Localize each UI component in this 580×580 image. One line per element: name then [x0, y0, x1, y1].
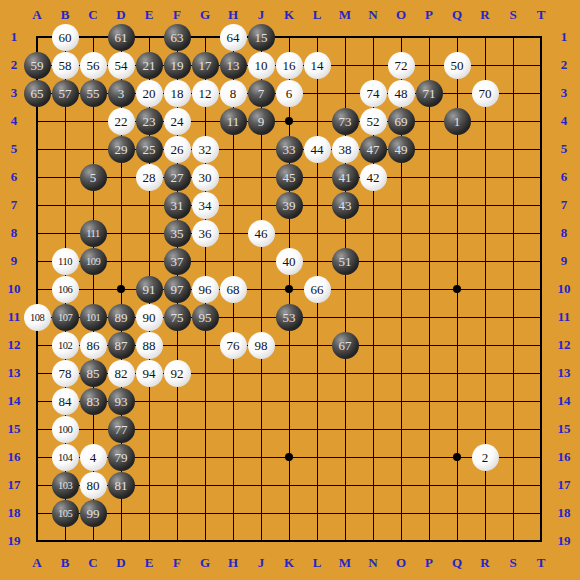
row-label-left-5: 5	[1, 138, 27, 160]
row-label-right-3: 3	[551, 82, 577, 104]
row-label-left-18: 18	[1, 502, 27, 524]
col-label-top-t: T	[527, 3, 555, 27]
stone-white-6: 6	[276, 80, 303, 107]
stone-black-75: 75	[164, 304, 191, 331]
col-label-top-s: S	[499, 3, 527, 27]
col-label-bottom-e: E	[135, 551, 163, 575]
stone-white-58: 58	[52, 52, 79, 79]
stone-black-79: 79	[108, 444, 135, 471]
stone-white-94: 94	[136, 360, 163, 387]
col-label-bottom-f: F	[163, 551, 191, 575]
stone-black-83: 83	[80, 388, 107, 415]
stone-white-78: 78	[52, 360, 79, 387]
row-label-right-19: 19	[551, 530, 577, 552]
stone-white-46: 46	[248, 220, 275, 247]
stone-white-74: 74	[360, 80, 387, 107]
row-label-right-4: 4	[551, 110, 577, 132]
col-label-bottom-r: R	[471, 551, 499, 575]
col-label-top-k: K	[275, 3, 303, 27]
col-label-bottom-t: T	[527, 551, 555, 575]
stone-white-82: 82	[108, 360, 135, 387]
col-label-bottom-c: C	[79, 551, 107, 575]
stone-white-60: 60	[52, 24, 79, 51]
stone-white-40: 40	[276, 248, 303, 275]
stone-black-3: 3	[108, 80, 135, 107]
stone-white-98: 98	[248, 332, 275, 359]
stone-white-36: 36	[192, 220, 219, 247]
row-label-right-9: 9	[551, 250, 577, 272]
col-label-top-p: P	[415, 3, 443, 27]
stone-black-11: 11	[220, 108, 247, 135]
row-label-right-14: 14	[551, 390, 577, 412]
stone-white-86: 86	[80, 332, 107, 359]
grid-line-vertical	[429, 37, 430, 541]
stone-white-48: 48	[388, 80, 415, 107]
stone-black-57: 57	[52, 80, 79, 107]
stone-white-106: 106	[52, 276, 79, 303]
row-label-left-19: 19	[1, 530, 27, 552]
stone-white-80: 80	[80, 472, 107, 499]
stone-black-69: 69	[388, 108, 415, 135]
stone-white-42: 42	[360, 164, 387, 191]
stone-black-1: 1	[444, 108, 471, 135]
col-label-bottom-q: Q	[443, 551, 471, 575]
row-label-right-11: 11	[551, 306, 577, 328]
stone-black-13: 13	[220, 52, 247, 79]
stone-black-41: 41	[332, 164, 359, 191]
stone-black-101: 101	[80, 304, 107, 331]
stone-white-110: 110	[52, 248, 79, 275]
star-point-k16	[285, 453, 293, 461]
stone-white-38: 38	[332, 136, 359, 163]
col-label-bottom-p: P	[415, 551, 443, 575]
row-label-right-1: 1	[551, 26, 577, 48]
stone-black-53: 53	[276, 304, 303, 331]
stone-white-104: 104	[52, 444, 79, 471]
stone-black-67: 67	[332, 332, 359, 359]
stone-black-5: 5	[80, 164, 107, 191]
row-label-left-6: 6	[1, 166, 27, 188]
stone-white-28: 28	[136, 164, 163, 191]
stone-white-32: 32	[192, 136, 219, 163]
row-label-left-10: 10	[1, 278, 27, 300]
stone-white-34: 34	[192, 192, 219, 219]
stone-black-85: 85	[80, 360, 107, 387]
row-label-left-4: 4	[1, 110, 27, 132]
row-label-right-7: 7	[551, 194, 577, 216]
stone-white-56: 56	[80, 52, 107, 79]
go-kifu-diagram: AABBCCDDEEFFGGHHJJKKLLMMNNOOPPQQRRSSTT11…	[0, 0, 580, 580]
row-label-left-12: 12	[1, 334, 27, 356]
col-label-top-m: M	[331, 3, 359, 27]
stone-black-111: 111	[80, 220, 107, 247]
stone-white-30: 30	[192, 164, 219, 191]
row-label-left-8: 8	[1, 222, 27, 244]
stone-black-31: 31	[164, 192, 191, 219]
col-label-bottom-a: A	[23, 551, 51, 575]
row-label-right-2: 2	[551, 54, 577, 76]
stone-black-35: 35	[164, 220, 191, 247]
stone-black-47: 47	[360, 136, 387, 163]
star-point-q16	[453, 453, 461, 461]
row-label-right-10: 10	[551, 278, 577, 300]
col-label-top-o: O	[387, 3, 415, 27]
stone-white-68: 68	[220, 276, 247, 303]
stone-black-95: 95	[192, 304, 219, 331]
stone-black-105: 105	[52, 500, 79, 527]
stone-black-109: 109	[80, 248, 107, 275]
stone-black-73: 73	[332, 108, 359, 135]
stone-white-10: 10	[248, 52, 275, 79]
stone-white-24: 24	[164, 108, 191, 135]
row-label-left-13: 13	[1, 362, 27, 384]
stone-black-7: 7	[248, 80, 275, 107]
stone-white-20: 20	[136, 80, 163, 107]
star-point-d10	[117, 285, 125, 293]
stone-black-15: 15	[248, 24, 275, 51]
stone-black-17: 17	[192, 52, 219, 79]
row-label-right-8: 8	[551, 222, 577, 244]
stone-black-81: 81	[108, 472, 135, 499]
stone-white-4: 4	[80, 444, 107, 471]
stone-white-54: 54	[108, 52, 135, 79]
stone-black-21: 21	[136, 52, 163, 79]
col-label-bottom-h: H	[219, 551, 247, 575]
stone-white-26: 26	[164, 136, 191, 163]
row-label-right-12: 12	[551, 334, 577, 356]
col-label-bottom-o: O	[387, 551, 415, 575]
stone-black-99: 99	[80, 500, 107, 527]
stone-white-88: 88	[136, 332, 163, 359]
grid-line-vertical	[513, 37, 514, 541]
stone-white-100: 100	[52, 416, 79, 443]
row-label-right-6: 6	[551, 166, 577, 188]
stone-black-55: 55	[80, 80, 107, 107]
stone-white-16: 16	[276, 52, 303, 79]
stone-black-27: 27	[164, 164, 191, 191]
stone-white-52: 52	[360, 108, 387, 135]
col-label-top-c: C	[79, 3, 107, 27]
col-label-top-e: E	[135, 3, 163, 27]
row-label-left-15: 15	[1, 418, 27, 440]
stone-black-23: 23	[136, 108, 163, 135]
col-label-bottom-d: D	[107, 551, 135, 575]
col-label-bottom-j: J	[247, 551, 275, 575]
stone-black-45: 45	[276, 164, 303, 191]
stone-black-103: 103	[52, 472, 79, 499]
stone-white-14: 14	[304, 52, 331, 79]
star-point-k4	[285, 117, 293, 125]
row-label-right-13: 13	[551, 362, 577, 384]
stone-white-76: 76	[220, 332, 247, 359]
stone-white-64: 64	[220, 24, 247, 51]
stone-black-9: 9	[248, 108, 275, 135]
stone-white-90: 90	[136, 304, 163, 331]
row-label-left-14: 14	[1, 390, 27, 412]
stone-white-22: 22	[108, 108, 135, 135]
col-label-bottom-k: K	[275, 551, 303, 575]
col-label-bottom-l: L	[303, 551, 331, 575]
stone-black-33: 33	[276, 136, 303, 163]
row-label-left-7: 7	[1, 194, 27, 216]
row-label-left-17: 17	[1, 474, 27, 496]
col-label-top-r: R	[471, 3, 499, 27]
stone-black-43: 43	[332, 192, 359, 219]
stone-black-107: 107	[52, 304, 79, 331]
row-label-right-17: 17	[551, 474, 577, 496]
stone-black-97: 97	[164, 276, 191, 303]
stone-black-93: 93	[108, 388, 135, 415]
stone-black-59: 59	[24, 52, 51, 79]
stone-black-65: 65	[24, 80, 51, 107]
stone-white-18: 18	[164, 80, 191, 107]
col-label-bottom-m: M	[331, 551, 359, 575]
stone-white-96: 96	[192, 276, 219, 303]
row-label-right-18: 18	[551, 502, 577, 524]
stone-white-92: 92	[164, 360, 191, 387]
col-label-top-g: G	[191, 3, 219, 27]
row-label-right-15: 15	[551, 418, 577, 440]
row-label-right-5: 5	[551, 138, 577, 160]
stone-black-29: 29	[108, 136, 135, 163]
row-label-right-16: 16	[551, 446, 577, 468]
stone-white-2: 2	[472, 444, 499, 471]
stone-black-37: 37	[164, 248, 191, 275]
stone-black-49: 49	[388, 136, 415, 163]
stone-white-66: 66	[304, 276, 331, 303]
row-label-left-1: 1	[1, 26, 27, 48]
stone-black-25: 25	[136, 136, 163, 163]
stone-white-44: 44	[304, 136, 331, 163]
stone-white-12: 12	[192, 80, 219, 107]
row-label-left-9: 9	[1, 250, 27, 272]
col-label-top-l: L	[303, 3, 331, 27]
stone-white-8: 8	[220, 80, 247, 107]
stone-black-63: 63	[164, 24, 191, 51]
stone-black-87: 87	[108, 332, 135, 359]
star-point-k10	[285, 285, 293, 293]
stone-black-19: 19	[164, 52, 191, 79]
col-label-top-q: Q	[443, 3, 471, 27]
col-label-bottom-n: N	[359, 551, 387, 575]
stone-black-77: 77	[108, 416, 135, 443]
col-label-bottom-g: G	[191, 551, 219, 575]
stone-black-51: 51	[332, 248, 359, 275]
stone-white-108: 108	[24, 304, 51, 331]
stone-black-71: 71	[416, 80, 443, 107]
stone-white-50: 50	[444, 52, 471, 79]
col-label-top-a: A	[23, 3, 51, 27]
stone-black-91: 91	[136, 276, 163, 303]
go-board[interactable]: AABBCCDDEEFFGGHHJJKKLLMMNNOOPPQQRRSSTT11…	[0, 0, 580, 580]
stone-black-39: 39	[276, 192, 303, 219]
grid-line-horizontal	[37, 513, 541, 514]
star-point-q10	[453, 285, 461, 293]
stone-white-72: 72	[388, 52, 415, 79]
stone-white-70: 70	[472, 80, 499, 107]
col-label-bottom-s: S	[499, 551, 527, 575]
col-label-bottom-b: B	[51, 551, 79, 575]
stone-white-84: 84	[52, 388, 79, 415]
stone-black-61: 61	[108, 24, 135, 51]
col-label-top-n: N	[359, 3, 387, 27]
row-label-left-16: 16	[1, 446, 27, 468]
stone-black-89: 89	[108, 304, 135, 331]
stone-white-102: 102	[52, 332, 79, 359]
